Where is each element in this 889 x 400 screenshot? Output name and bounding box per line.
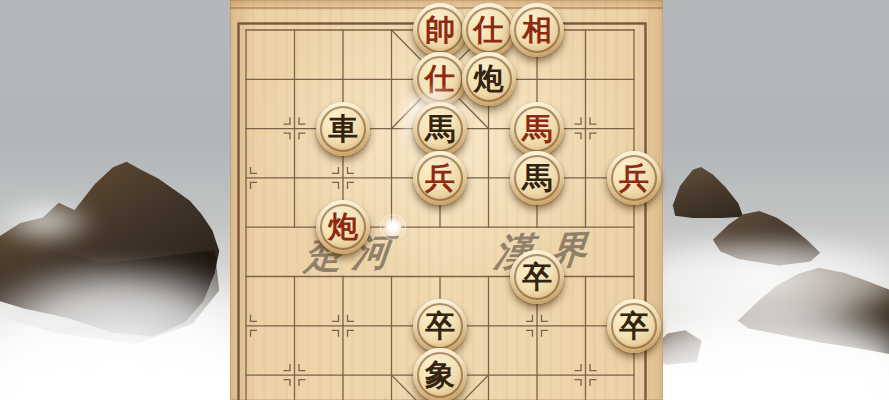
piece-black-soldier[interactable]: 卒 <box>607 299 661 353</box>
piece-character: 兵 <box>607 151 661 205</box>
piece-character: 車 <box>316 102 370 156</box>
piece-character: 卒 <box>607 299 661 353</box>
piece-character: 馬 <box>510 102 564 156</box>
piece-black-elephant[interactable]: 象 <box>413 348 467 400</box>
piece-red-elephant[interactable]: 相 <box>510 3 564 57</box>
piece-character: 卒 <box>413 299 467 353</box>
piece-character: 相 <box>510 3 564 57</box>
piece-red-soldier[interactable]: 兵 <box>607 151 661 205</box>
piece-red-general[interactable]: 帥 <box>413 3 467 57</box>
piece-black-horse[interactable]: 馬 <box>413 102 467 156</box>
piece-black-chariot[interactable]: 車 <box>316 102 370 156</box>
piece-black-cannon[interactable]: 炮 <box>462 52 516 106</box>
piece-character: 仕 <box>462 3 516 57</box>
piece-black-horse[interactable]: 馬 <box>510 151 564 205</box>
piece-character: 象 <box>413 348 467 400</box>
piece-character: 兵 <box>413 151 467 205</box>
piece-character: 炮 <box>462 52 516 106</box>
pieces-layer: 帥仕相仕炮車馬馬兵馬兵炮卒卒卒象 <box>0 0 889 400</box>
piece-character: 帥 <box>413 3 467 57</box>
piece-black-soldier[interactable]: 卒 <box>510 250 564 304</box>
piece-red-soldier[interactable]: 兵 <box>413 151 467 205</box>
xiangqi-game-screen: 楚河 漢界 帥仕相仕炮車馬馬兵馬兵炮卒卒卒象 <box>0 0 889 400</box>
piece-character: 炮 <box>316 200 370 254</box>
piece-character: 馬 <box>413 102 467 156</box>
piece-character: 馬 <box>510 151 564 205</box>
click-sparkle-effect <box>378 212 408 242</box>
piece-red-advisor[interactable]: 仕 <box>462 3 516 57</box>
piece-red-horse[interactable]: 馬 <box>510 102 564 156</box>
piece-red-cannon[interactable]: 炮 <box>316 200 370 254</box>
piece-black-soldier[interactable]: 卒 <box>413 299 467 353</box>
piece-character: 卒 <box>510 250 564 304</box>
